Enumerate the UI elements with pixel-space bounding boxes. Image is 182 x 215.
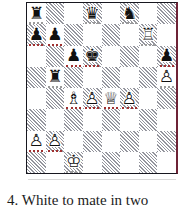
square-b2: ♟♙ xyxy=(46,131,65,152)
square-e1 xyxy=(102,152,121,173)
square-a5 xyxy=(27,67,46,88)
square-a2: ♟♙ xyxy=(27,131,46,152)
square-d1 xyxy=(83,152,102,173)
square-a8: ♜♜ xyxy=(27,3,46,24)
square-f3 xyxy=(120,109,139,130)
square-d2 xyxy=(83,131,102,152)
piece-baseline-mark xyxy=(122,22,136,24)
square-b1 xyxy=(46,152,65,173)
piece-baseline-mark xyxy=(160,86,174,88)
piece-baseline-mark xyxy=(160,65,174,67)
square-h6: ♟♟ xyxy=(157,46,176,67)
piece-baseline-mark xyxy=(66,171,80,173)
piece-baseline-mark xyxy=(48,86,62,88)
piece-black-pawn: ♟♟ xyxy=(46,24,65,45)
square-h8 xyxy=(157,3,176,24)
square-h3 xyxy=(157,109,176,130)
square-f2 xyxy=(120,131,139,152)
square-e4: ♛♕ xyxy=(102,88,121,109)
puzzle-diagram: ♜♜♛♛♞♞♟♟♟♟♜♖♟♟♚♚♟♟♜♜♟♙♝♗♟♙♛♕♟♙♟♙♟♙♚♔ 4. … xyxy=(0,0,182,215)
piece-baseline-mark xyxy=(85,107,99,109)
square-g7: ♜♖ xyxy=(139,24,158,45)
square-c5 xyxy=(64,67,83,88)
piece-white-pawn: ♟♙ xyxy=(27,131,46,152)
square-h7 xyxy=(157,24,176,45)
piece-black-rook: ♜♜ xyxy=(46,67,65,88)
piece-white-pawn: ♟♙ xyxy=(157,67,176,88)
square-f1 xyxy=(120,152,139,173)
square-b3 xyxy=(46,109,65,130)
square-g8 xyxy=(139,3,158,24)
piece-baseline-mark xyxy=(85,65,99,67)
square-a6 xyxy=(27,46,46,67)
piece-baseline-mark xyxy=(48,44,62,46)
square-b5: ♜♜ xyxy=(46,67,65,88)
square-a4 xyxy=(27,88,46,109)
square-b6 xyxy=(46,46,65,67)
square-g6 xyxy=(139,46,158,67)
square-g2 xyxy=(139,131,158,152)
square-c7 xyxy=(64,24,83,45)
square-c3 xyxy=(64,109,83,130)
square-f8: ♞♞ xyxy=(120,3,139,24)
square-b8 xyxy=(46,3,65,24)
piece-white-king: ♚♔ xyxy=(64,152,83,173)
square-e3 xyxy=(102,109,121,130)
piece-baseline-mark xyxy=(29,150,43,152)
piece-baseline-mark xyxy=(29,22,43,24)
square-d6: ♚♚ xyxy=(83,46,102,67)
square-g5 xyxy=(139,67,158,88)
piece-baseline-mark xyxy=(104,107,118,109)
square-c2 xyxy=(64,131,83,152)
square-g1 xyxy=(139,152,158,173)
piece-white-pawn: ♟♙ xyxy=(83,88,102,109)
square-a3 xyxy=(27,109,46,130)
piece-baseline-mark xyxy=(141,44,155,46)
piece-black-king: ♚♚ xyxy=(83,46,102,67)
square-h5: ♟♙ xyxy=(157,67,176,88)
piece-black-pawn: ♟♟ xyxy=(27,24,46,45)
square-d8: ♛♛ xyxy=(83,3,102,24)
piece-baseline-mark xyxy=(66,107,80,109)
square-e7 xyxy=(102,24,121,45)
square-h4 xyxy=(157,88,176,109)
square-c6: ♟♟ xyxy=(64,46,83,67)
square-d7 xyxy=(83,24,102,45)
square-a1 xyxy=(27,152,46,173)
piece-white-queen: ♛♕ xyxy=(102,88,121,109)
piece-baseline-mark xyxy=(29,44,43,46)
square-h2 xyxy=(157,131,176,152)
piece-white-rook: ♜♖ xyxy=(139,24,158,45)
chess-board: ♜♜♛♛♞♞♟♟♟♟♜♖♟♟♚♚♟♟♜♜♟♙♝♗♟♙♛♕♟♙♟♙♟♙♚♔ xyxy=(26,2,178,174)
square-c8 xyxy=(64,3,83,24)
square-d5 xyxy=(83,67,102,88)
square-g4 xyxy=(139,88,158,109)
piece-black-knight: ♞♞ xyxy=(120,3,139,24)
square-a7: ♟♟ xyxy=(27,24,46,45)
piece-white-pawn: ♟♙ xyxy=(46,131,65,152)
square-b7: ♟♟ xyxy=(46,24,65,45)
square-e8 xyxy=(102,3,121,24)
piece-white-pawn: ♟♙ xyxy=(120,88,139,109)
square-d4: ♟♙ xyxy=(83,88,102,109)
piece-baseline-mark xyxy=(66,65,80,67)
square-e2 xyxy=(102,131,121,152)
square-c1: ♚♔ xyxy=(64,152,83,173)
square-f6 xyxy=(120,46,139,67)
piece-black-queen: ♛♛ xyxy=(83,3,102,24)
piece-black-pawn: ♟♟ xyxy=(157,46,176,67)
piece-baseline-mark xyxy=(85,22,99,24)
square-f5 xyxy=(120,67,139,88)
square-f7 xyxy=(120,24,139,45)
piece-black-pawn: ♟♟ xyxy=(64,46,83,67)
square-c4: ♝♗ xyxy=(64,88,83,109)
square-h1 xyxy=(157,152,176,173)
puzzle-caption: 4. White to mate in two xyxy=(7,192,148,209)
piece-white-bishop: ♝♗ xyxy=(64,88,83,109)
square-d3 xyxy=(83,109,102,130)
piece-baseline-mark xyxy=(48,150,62,152)
square-g3 xyxy=(139,109,158,130)
board-shadow-line xyxy=(28,179,176,180)
square-f4: ♟♙ xyxy=(120,88,139,109)
square-e6 xyxy=(102,46,121,67)
square-b4 xyxy=(46,88,65,109)
piece-baseline-mark xyxy=(122,107,136,109)
square-e5 xyxy=(102,67,121,88)
piece-black-rook: ♜♜ xyxy=(27,3,46,24)
